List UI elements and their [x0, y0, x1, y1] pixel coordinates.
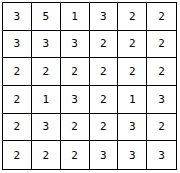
grid-cell[interactable]: 2 — [147, 31, 176, 59]
grid-cell[interactable]: 3 — [32, 31, 61, 59]
grid-cell[interactable]: 1 — [32, 86, 61, 114]
grid-cell[interactable]: 3 — [90, 141, 119, 169]
grid-cell[interactable]: 2 — [90, 86, 119, 114]
grid-cell[interactable]: 2 — [147, 114, 176, 142]
puzzle-grid: 351322333222222222213213232232222333 — [2, 2, 177, 170]
grid-cell[interactable]: 3 — [3, 31, 32, 59]
grid-cell[interactable]: 2 — [32, 141, 61, 169]
grid-cell[interactable]: 3 — [61, 86, 90, 114]
grid-cell[interactable]: 1 — [118, 86, 147, 114]
screenshot-root: 351322333222222222213213232232222333 — [0, 0, 180, 173]
grid-cell[interactable]: 2 — [90, 31, 119, 59]
grid-cell[interactable]: 2 — [118, 31, 147, 59]
grid-cell[interactable]: 5 — [32, 3, 61, 31]
grid-cell[interactable]: 2 — [90, 114, 119, 142]
grid-cell[interactable]: 1 — [61, 3, 90, 31]
grid-cell[interactable]: 2 — [90, 58, 119, 86]
grid-cell[interactable]: 2 — [118, 58, 147, 86]
grid-cell[interactable]: 3 — [147, 86, 176, 114]
grid-cell[interactable]: 3 — [118, 141, 147, 169]
grid-cell[interactable]: 2 — [61, 58, 90, 86]
grid-cell[interactable]: 3 — [147, 141, 176, 169]
grid-cell[interactable]: 2 — [3, 58, 32, 86]
grid-cell[interactable]: 3 — [118, 114, 147, 142]
grid-cell[interactable]: 2 — [147, 58, 176, 86]
grid-cell[interactable]: 2 — [61, 141, 90, 169]
grid-cell[interactable]: 3 — [90, 3, 119, 31]
grid-cell[interactable]: 3 — [61, 31, 90, 59]
grid-cell[interactable]: 3 — [3, 3, 32, 31]
grid-cell[interactable]: 2 — [3, 141, 32, 169]
grid-cell[interactable]: 2 — [3, 114, 32, 142]
grid-cell[interactable]: 2 — [32, 58, 61, 86]
grid-cell[interactable]: 2 — [3, 86, 32, 114]
grid-cell[interactable]: 2 — [118, 3, 147, 31]
grid-cell[interactable]: 2 — [147, 3, 176, 31]
grid-cell[interactable]: 2 — [61, 114, 90, 142]
grid-cell[interactable]: 3 — [32, 114, 61, 142]
